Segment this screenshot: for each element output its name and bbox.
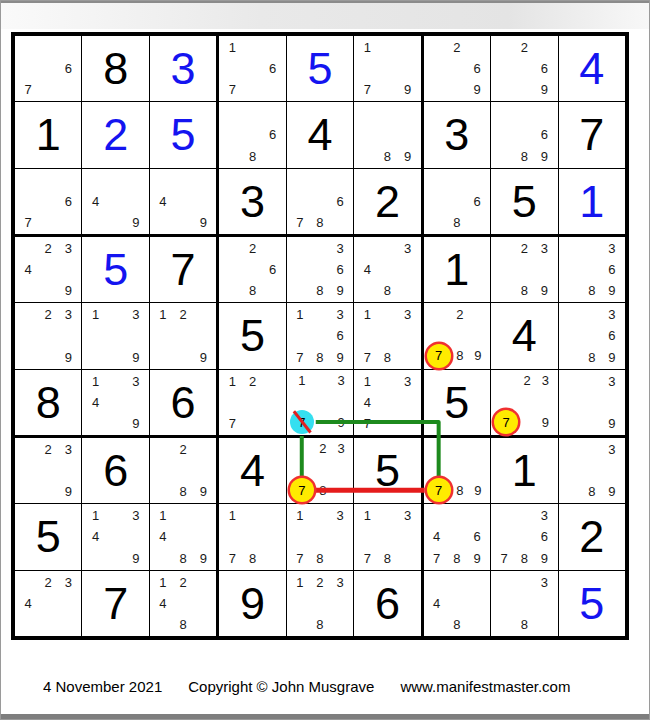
pencil-mark-8: 8 xyxy=(582,347,602,368)
pencil-mark-9: 9 xyxy=(534,548,554,569)
pencil-mark-8: 8 xyxy=(310,347,330,368)
pencil-mark-3: 3 xyxy=(332,439,350,459)
pencil-mark-3: 3 xyxy=(330,238,350,259)
cell-r7c5[interactable]: 2378 xyxy=(287,438,353,503)
pencil-marks: 268 xyxy=(222,238,282,301)
pencil-marks: 1489 xyxy=(153,505,213,568)
cell-r3c8[interactable]: 5 xyxy=(491,169,557,234)
cell-r5c2[interactable]: 139 xyxy=(82,303,148,368)
pencil-mark-8: 8 xyxy=(582,280,602,301)
pencil-mark-3: 3 xyxy=(126,371,146,392)
pencil-mark-6: 6 xyxy=(58,191,78,212)
pencil-mark-8: 8 xyxy=(310,280,330,301)
pencil-mark-1: 1 xyxy=(357,37,377,58)
pencil-marks: 129 xyxy=(153,304,213,367)
pencil-mark-9: 9 xyxy=(126,212,146,233)
pencil-mark-8: 8 xyxy=(447,548,467,569)
highlighted-candidate-badge: 7 xyxy=(494,410,518,434)
pencil-mark-9: 9 xyxy=(126,413,146,434)
pencil-mark-9: 9 xyxy=(398,146,418,167)
pencil-marks: 2379 xyxy=(494,371,554,434)
cell-r3c7[interactable]: 68 xyxy=(424,169,490,234)
pencil-marks: 1349 xyxy=(85,505,145,568)
pencil-marks: 139 xyxy=(85,304,145,367)
cell-r7c8[interactable]: 1 xyxy=(491,438,557,503)
cell-r1c8[interactable]: 269 xyxy=(491,36,557,101)
pencil-mark-3: 3 xyxy=(602,371,622,392)
pencil-mark-3: 3 xyxy=(332,371,350,391)
cell-r2c8[interactable]: 689 xyxy=(491,102,557,167)
pencil-mark-3: 3 xyxy=(536,371,554,391)
pencil-mark-3: 3 xyxy=(398,505,418,526)
pencil-mark-2: 2 xyxy=(38,572,58,593)
cell-r8c6[interactable]: 1378 xyxy=(354,504,420,569)
cell-r1c3[interactable]: 3 xyxy=(150,36,216,101)
solved-digit: 5 xyxy=(287,36,353,101)
pencil-mark-9: 9 xyxy=(534,146,554,167)
cell-r7c7[interactable]: 789 xyxy=(424,438,490,503)
pencil-mark-6: 6 xyxy=(330,325,350,346)
box-2: 16751796848936782 xyxy=(219,36,420,234)
pencil-mark-8: 8 xyxy=(173,481,193,502)
cell-r7c9[interactable]: 389 xyxy=(559,438,625,503)
cell-r5c6[interactable]: 1378 xyxy=(354,303,420,368)
pencil-marks: 1378 xyxy=(357,505,417,568)
given-digit: 7 xyxy=(559,102,625,167)
pencil-marks: 2389 xyxy=(494,238,554,301)
pencil-mark-8: 8 xyxy=(310,548,330,569)
cell-r2c2[interactable]: 2 xyxy=(82,102,148,167)
cell-r8c9[interactable]: 2 xyxy=(559,504,625,569)
cell-r8c5[interactable]: 1378 xyxy=(287,504,353,569)
pencil-mark-8: 8 xyxy=(377,347,397,368)
pencil-mark-4: 4 xyxy=(427,593,447,614)
pencil-mark-7: 7 xyxy=(290,347,310,368)
pencil-mark-6: 6 xyxy=(534,526,554,547)
cell-r9c5[interactable]: 1238 xyxy=(287,571,353,636)
pencil-mark-6: 6 xyxy=(467,526,487,547)
pencil-mark-7: 7 xyxy=(494,548,514,569)
cell-r8c4[interactable]: 178 xyxy=(219,504,285,569)
solved-digit: 5 xyxy=(559,571,625,636)
pencil-mark-6: 6 xyxy=(263,58,283,79)
pencil-mark-4: 4 xyxy=(357,259,377,280)
pencil-mark-8: 8 xyxy=(310,212,330,233)
cell-r8c2[interactable]: 1349 xyxy=(82,504,148,569)
pencil-mark-6: 6 xyxy=(330,191,350,212)
pencil-mark-2: 2 xyxy=(514,238,534,259)
pencil-mark-8: 8 xyxy=(242,146,262,167)
pencil-mark-7: 7 xyxy=(427,548,447,569)
cell-r2c1[interactable]: 1 xyxy=(15,102,81,167)
pencil-mark-8: 8 xyxy=(514,146,534,167)
pencil-marks: 269 xyxy=(494,37,554,100)
pencil-mark-1: 1 xyxy=(153,572,173,593)
cell-r5c9[interactable]: 3689 xyxy=(559,303,625,368)
pencil-mark-1: 1 xyxy=(290,304,310,325)
given-digit: 5 xyxy=(15,504,81,569)
pencil-mark-1: 1 xyxy=(85,505,105,526)
sudoku-board: 6783125674949167517968489367822692694368… xyxy=(11,32,629,640)
cell-r1c2[interactable]: 8 xyxy=(82,36,148,101)
pencil-mark-4: 4 xyxy=(18,593,38,614)
cell-r6c6[interactable]: 1347 xyxy=(354,370,420,435)
pencil-mark-1: 1 xyxy=(290,572,310,593)
pencil-marks: 1378 xyxy=(357,304,417,367)
pencil-mark-2: 2 xyxy=(447,37,467,58)
pencil-mark-3: 3 xyxy=(534,238,554,259)
pencil-mark-6: 6 xyxy=(602,259,622,280)
cell-r2c4[interactable]: 68 xyxy=(219,102,285,167)
pencil-mark-8: 8 xyxy=(377,280,397,301)
pencil-marks: 678 xyxy=(290,170,350,233)
pencil-mark-8: 8 xyxy=(242,280,262,301)
box-9: 78913894678936789248385 xyxy=(424,438,625,636)
box-7: 239628951349148923471248 xyxy=(15,438,216,636)
pencil-mark-8: 8 xyxy=(451,344,469,368)
pencil-marks: 2789 xyxy=(427,304,487,367)
cell-r3c9[interactable]: 1 xyxy=(559,169,625,234)
pencil-mark-8: 8 xyxy=(514,548,534,569)
pencil-mark-7: 7 xyxy=(290,548,310,569)
cell-r3c1[interactable]: 67 xyxy=(15,169,81,234)
pencil-marks: 167 xyxy=(222,37,282,100)
pencil-marks: 348 xyxy=(357,238,417,301)
pencil-mark-8: 8 xyxy=(447,614,467,635)
pencil-mark-7: 7 xyxy=(357,548,377,569)
cell-r7c1[interactable]: 239 xyxy=(15,438,81,503)
cell-r2c6[interactable]: 89 xyxy=(354,102,420,167)
pencil-marks: 2349 xyxy=(18,238,78,301)
pencil-marks: 3689 xyxy=(562,304,622,367)
cell-r5c1[interactable]: 239 xyxy=(15,303,81,368)
solved-digit: 3 xyxy=(150,36,216,101)
pencil-mark-2: 2 xyxy=(242,238,262,259)
pencil-mark-3: 3 xyxy=(330,304,350,325)
pencil-mark-9: 9 xyxy=(602,481,622,502)
cell-r8c7[interactable]: 46789 xyxy=(424,504,490,569)
cell-r9c3[interactable]: 1248 xyxy=(150,571,216,636)
pencil-mark-9: 9 xyxy=(602,280,622,301)
pencil-mark-3: 3 xyxy=(602,439,622,460)
pencil-mark-7: 7 xyxy=(427,344,451,368)
pencil-mark-8: 8 xyxy=(310,614,330,635)
box-6: 1238936892789436895237939 xyxy=(424,237,625,435)
pencil-mark-9: 9 xyxy=(193,548,213,569)
given-digit: 1 xyxy=(15,102,81,167)
pencil-mark-1: 1 xyxy=(222,37,242,58)
pencil-mark-7: 7 xyxy=(290,478,314,502)
pencil-mark-2: 2 xyxy=(242,371,262,392)
pencil-mark-3: 3 xyxy=(58,572,78,593)
pencil-mark-3: 3 xyxy=(58,238,78,259)
box-3: 2692694368976851 xyxy=(424,36,625,234)
pencil-mark-7: 7 xyxy=(290,410,314,434)
cell-r4c3[interactable]: 7 xyxy=(150,237,216,302)
pencil-mark-4: 4 xyxy=(153,191,173,212)
pencil-mark-9: 9 xyxy=(602,347,622,368)
cell-r1c7[interactable]: 269 xyxy=(424,36,490,101)
pencil-mark-1: 1 xyxy=(153,304,173,325)
pencil-mark-1: 1 xyxy=(222,371,242,392)
cell-r9c1[interactable]: 234 xyxy=(15,571,81,636)
pencil-marks: 49 xyxy=(153,170,213,233)
cell-r4c8[interactable]: 2389 xyxy=(491,237,557,302)
pencil-mark-4: 4 xyxy=(153,526,173,547)
cell-r5c5[interactable]: 136789 xyxy=(287,303,353,368)
given-digit: 1 xyxy=(424,237,490,302)
pencil-marks: 68 xyxy=(427,170,487,233)
pencil-mark-7: 7 xyxy=(494,410,518,434)
footer: 4 November 2021Copyright © John Musgrave… xyxy=(43,678,596,695)
pencil-marks: 67 xyxy=(18,37,78,100)
given-digit: 6 xyxy=(82,438,148,503)
pencil-marks: 2378 xyxy=(290,439,350,502)
cell-r4c1[interactable]: 2349 xyxy=(15,237,81,302)
pencil-mark-2: 2 xyxy=(310,572,330,593)
pencil-marks: 46789 xyxy=(427,505,487,568)
cell-r5c7[interactable]: 2789 xyxy=(424,303,490,368)
pencil-marks: 89 xyxy=(357,103,417,166)
pencil-mark-2: 2 xyxy=(38,439,58,460)
given-digit: 7 xyxy=(82,571,148,636)
highlighted-candidate-badge: 7 xyxy=(427,478,451,502)
cell-r6c7[interactable]: 5 xyxy=(424,370,490,435)
pencil-marks: 127 xyxy=(222,371,282,434)
given-digit: 4 xyxy=(287,102,353,167)
given-digit: 6 xyxy=(354,571,420,636)
pencil-mark-9: 9 xyxy=(193,212,213,233)
cell-r3c6[interactable]: 2 xyxy=(354,169,420,234)
pencil-mark-6: 6 xyxy=(58,58,78,79)
given-digit: 1 xyxy=(491,438,557,503)
pencil-mark-2: 2 xyxy=(514,37,534,58)
pencil-mark-3: 3 xyxy=(126,304,146,325)
cell-r8c3[interactable]: 1489 xyxy=(150,504,216,569)
pencil-mark-9: 9 xyxy=(469,478,487,502)
cell-r4c7[interactable]: 1 xyxy=(424,237,490,302)
pencil-marks: 1347 xyxy=(357,371,417,434)
pencil-mark-2: 2 xyxy=(38,238,58,259)
given-digit: 4 xyxy=(219,438,285,503)
given-digit: 8 xyxy=(82,36,148,101)
pencil-mark-2: 2 xyxy=(173,439,193,460)
box-4: 234957239139129813496 xyxy=(15,237,216,435)
box-8: 42378517813781378912386 xyxy=(219,438,420,636)
given-digit: 9 xyxy=(219,571,285,636)
pencil-marks: 1248 xyxy=(153,572,213,635)
given-digit: 5 xyxy=(491,169,557,234)
pencil-mark-9: 9 xyxy=(467,79,487,100)
pencil-mark-1: 1 xyxy=(357,304,377,325)
cell-r7c6[interactable]: 5 xyxy=(354,438,420,503)
cell-r6c3[interactable]: 6 xyxy=(150,370,216,435)
pencil-mark-8: 8 xyxy=(173,548,193,569)
pencil-marks: 234 xyxy=(18,572,78,635)
footer-website: www.manifestmaster.com xyxy=(400,678,570,695)
cell-r9c8[interactable]: 38 xyxy=(491,571,557,636)
sudoku-grid: 6783125674949167517968489367822692694368… xyxy=(15,36,625,636)
pencil-mark-8: 8 xyxy=(514,614,534,635)
pencil-mark-9: 9 xyxy=(332,410,350,434)
pencil-mark-1: 1 xyxy=(222,505,242,526)
cell-r9c9[interactable]: 5 xyxy=(559,571,625,636)
pencil-mark-9: 9 xyxy=(126,548,146,569)
cell-r6c1[interactable]: 8 xyxy=(15,370,81,435)
cell-r3c5[interactable]: 678 xyxy=(287,169,353,234)
cell-r3c4[interactable]: 3 xyxy=(219,169,285,234)
pencil-mark-4: 4 xyxy=(18,259,38,280)
given-digit: 3 xyxy=(424,102,490,167)
pencil-mark-8: 8 xyxy=(314,478,332,502)
pencil-mark-3: 3 xyxy=(398,371,418,392)
solved-digit: 1 xyxy=(559,169,625,234)
pencil-marks: 38 xyxy=(494,572,554,635)
pencil-mark-3: 3 xyxy=(126,505,146,526)
pencil-marks: 1238 xyxy=(290,572,350,635)
pencil-mark-4: 4 xyxy=(85,526,105,547)
pencil-mark-6: 6 xyxy=(263,124,283,145)
cell-r9c4[interactable]: 9 xyxy=(219,571,285,636)
pencil-mark-1: 1 xyxy=(153,505,173,526)
given-digit: 8 xyxy=(15,370,81,435)
cell-r8c1[interactable]: 5 xyxy=(15,504,81,569)
pencil-mark-2: 2 xyxy=(451,304,469,324)
cell-r5c4[interactable]: 5 xyxy=(219,303,285,368)
pencil-mark-7: 7 xyxy=(222,548,242,569)
pencil-mark-8: 8 xyxy=(377,548,397,569)
solved-digit: 5 xyxy=(150,102,216,167)
pencil-mark-8: 8 xyxy=(173,614,193,635)
pencil-mark-3: 3 xyxy=(602,304,622,325)
cell-r4c9[interactable]: 3689 xyxy=(559,237,625,302)
given-digit: 6 xyxy=(150,370,216,435)
cell-r5c3[interactable]: 129 xyxy=(150,303,216,368)
pencil-mark-6: 6 xyxy=(467,191,487,212)
pencil-mark-7: 7 xyxy=(290,212,310,233)
footer-copyright: Copyright © John Musgrave xyxy=(188,678,374,695)
pencil-mark-9: 9 xyxy=(398,79,418,100)
cell-r4c6[interactable]: 348 xyxy=(354,237,420,302)
pencil-mark-6: 6 xyxy=(534,58,554,79)
pencil-marks: 178 xyxy=(222,505,282,568)
pencil-mark-9: 9 xyxy=(469,344,487,368)
pencil-mark-2: 2 xyxy=(173,572,193,593)
pencil-marks: 239 xyxy=(18,439,78,502)
cell-r1c1[interactable]: 67 xyxy=(15,36,81,101)
cell-r1c9[interactable]: 4 xyxy=(559,36,625,101)
cell-r1c6[interactable]: 179 xyxy=(354,36,420,101)
given-digit: 2 xyxy=(559,504,625,569)
cell-r3c2[interactable]: 49 xyxy=(82,169,148,234)
cell-r2c5[interactable]: 4 xyxy=(287,102,353,167)
pencil-mark-7: 7 xyxy=(222,413,242,434)
pencil-mark-6: 6 xyxy=(263,259,283,280)
pencil-mark-7: 7 xyxy=(222,79,242,100)
cell-r6c4[interactable]: 127 xyxy=(219,370,285,435)
window-title-bar xyxy=(1,1,650,29)
pencil-mark-2: 2 xyxy=(173,304,193,325)
pencil-marks: 239 xyxy=(18,304,78,367)
given-digit: 3 xyxy=(219,169,285,234)
cell-r7c2[interactable]: 6 xyxy=(82,438,148,503)
pencil-mark-9: 9 xyxy=(58,280,78,301)
cell-r6c8[interactable]: 2379 xyxy=(491,370,557,435)
pencil-marks: 689 xyxy=(494,103,554,166)
pencil-marks: 39 xyxy=(562,371,622,434)
cell-r4c4[interactable]: 268 xyxy=(219,237,285,302)
given-digit: 7 xyxy=(150,237,216,302)
cell-r6c9[interactable]: 39 xyxy=(559,370,625,435)
cell-r2c3[interactable]: 5 xyxy=(150,102,216,167)
pencil-mark-9: 9 xyxy=(536,410,554,434)
pencil-mark-9: 9 xyxy=(602,413,622,434)
pencil-mark-9: 9 xyxy=(330,347,350,368)
pencil-mark-3: 3 xyxy=(534,505,554,526)
cell-r2c7[interactable]: 3 xyxy=(424,102,490,167)
cell-r1c5[interactable]: 5 xyxy=(287,36,353,101)
cell-r3c3[interactable]: 49 xyxy=(150,169,216,234)
cell-r2c9[interactable]: 7 xyxy=(559,102,625,167)
cell-r9c2[interactable]: 7 xyxy=(82,571,148,636)
pencil-mark-6: 6 xyxy=(330,259,350,280)
given-digit: 5 xyxy=(424,370,490,435)
pencil-mark-4: 4 xyxy=(153,593,173,614)
pencil-mark-8: 8 xyxy=(514,280,534,301)
cell-r6c5[interactable]: 1379 xyxy=(287,370,353,435)
pencil-mark-7: 7 xyxy=(18,79,38,100)
pencil-mark-9: 9 xyxy=(58,347,78,368)
pencil-mark-3: 3 xyxy=(58,439,78,460)
cell-r4c5[interactable]: 3689 xyxy=(287,237,353,302)
pencil-mark-8: 8 xyxy=(451,478,469,502)
cell-r8c8[interactable]: 36789 xyxy=(491,504,557,569)
cell-r9c7[interactable]: 48 xyxy=(424,571,490,636)
cell-r5c8[interactable]: 4 xyxy=(491,303,557,368)
pencil-mark-7: 7 xyxy=(357,347,377,368)
pencil-mark-3: 3 xyxy=(534,572,554,593)
bottom-bar xyxy=(1,714,650,720)
box-1: 6783125674949 xyxy=(15,36,216,234)
highlighted-candidate-badge: 7 xyxy=(290,478,314,502)
pencil-mark-9: 9 xyxy=(534,280,554,301)
cell-r9c6[interactable]: 6 xyxy=(354,571,420,636)
cell-r4c2[interactable]: 5 xyxy=(82,237,148,302)
pencil-mark-7: 7 xyxy=(427,478,451,502)
pencil-mark-1: 1 xyxy=(357,505,377,526)
pencil-mark-2: 2 xyxy=(38,304,58,325)
pencil-mark-6: 6 xyxy=(467,58,487,79)
pencil-mark-4: 4 xyxy=(427,526,447,547)
pencil-mark-6: 6 xyxy=(602,325,622,346)
cell-r7c3[interactable]: 289 xyxy=(150,438,216,503)
pencil-marks: 1378 xyxy=(290,505,350,568)
highlighted-candidate-badge: 7 xyxy=(427,344,451,368)
cell-r6c2[interactable]: 1349 xyxy=(82,370,148,435)
pencil-marks: 1379 xyxy=(290,371,350,434)
page: 6783125674949167517968489367822692694368… xyxy=(0,0,650,720)
cell-r7c4[interactable]: 4 xyxy=(219,438,285,503)
pencil-mark-3: 3 xyxy=(330,572,350,593)
pencil-mark-9: 9 xyxy=(534,79,554,100)
pencil-mark-9: 9 xyxy=(126,347,146,368)
pencil-marks: 269 xyxy=(427,37,487,100)
pencil-marks: 789 xyxy=(427,439,487,502)
pencil-mark-1: 1 xyxy=(357,371,377,392)
cell-r1c4[interactable]: 167 xyxy=(219,36,285,101)
pencil-marks: 36789 xyxy=(494,505,554,568)
pencil-mark-4: 4 xyxy=(85,191,105,212)
